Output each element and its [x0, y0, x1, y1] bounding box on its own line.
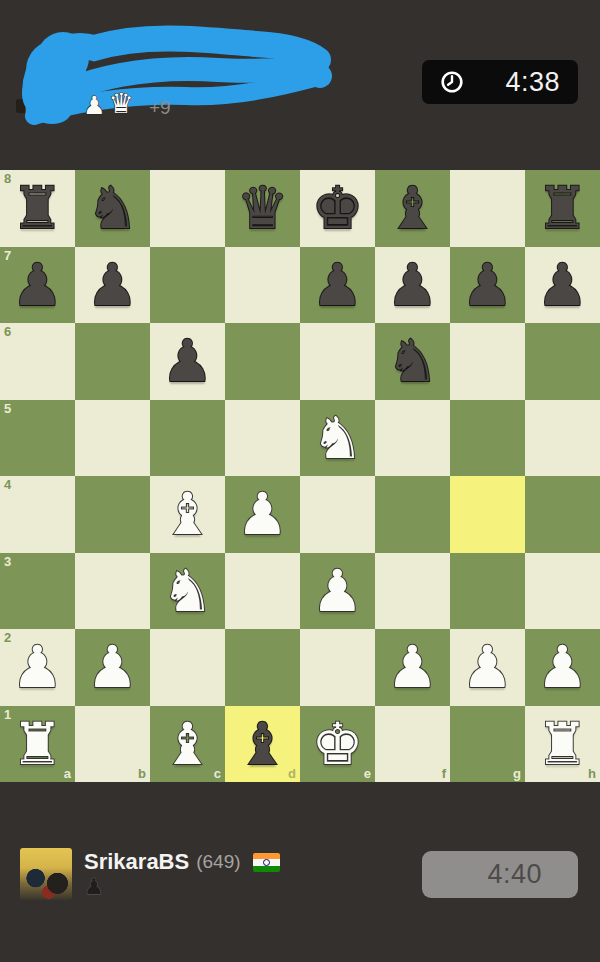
white-rook[interactable]: ♜ [0, 706, 75, 783]
square-h7[interactable]: ♟ [525, 247, 600, 324]
opponent-clock-time: 4:38 [465, 67, 560, 98]
clock-icon [439, 69, 465, 95]
white-pawn[interactable]: ♟ [225, 476, 300, 553]
rank-label-5: 5 [4, 402, 11, 415]
square-c6[interactable]: ♟ [150, 323, 225, 400]
white-knight[interactable]: ♞ [300, 400, 375, 477]
black-knight[interactable]: ♞ [75, 170, 150, 247]
black-pawn[interactable]: ♟ [375, 247, 450, 324]
square-e1[interactable]: e♚ [300, 706, 375, 783]
file-label-f: f [442, 767, 446, 780]
file-label-g: g [513, 767, 521, 780]
square-d7[interactable] [225, 247, 300, 324]
square-a6[interactable]: 6 [0, 323, 75, 400]
scribble-annotation [8, 18, 338, 146]
square-a4[interactable]: 4 [0, 476, 75, 553]
square-f8[interactable]: ♝ [375, 170, 450, 247]
square-h4[interactable] [525, 476, 600, 553]
black-pawn[interactable]: ♟ [450, 247, 525, 324]
square-c8[interactable] [150, 170, 225, 247]
square-a8[interactable]: 8♜ [0, 170, 75, 247]
square-e5[interactable]: ♞ [300, 400, 375, 477]
black-pawn[interactable]: ♟ [300, 247, 375, 324]
square-f3[interactable] [375, 553, 450, 630]
square-a5[interactable]: 5 [0, 400, 75, 477]
square-h3[interactable] [525, 553, 600, 630]
black-bishop[interactable]: ♝ [225, 706, 300, 783]
square-d1[interactable]: d♝ [225, 706, 300, 783]
white-pawn[interactable]: ♟ [375, 629, 450, 706]
black-rook[interactable]: ♜ [525, 170, 600, 247]
square-h5[interactable] [525, 400, 600, 477]
player-clock: 4:40 [422, 851, 578, 898]
square-b3[interactable] [75, 553, 150, 630]
square-c7[interactable] [150, 247, 225, 324]
white-pawn[interactable]: ♟ [450, 629, 525, 706]
player-name[interactable]: SrikaraBS [84, 849, 189, 875]
captured-white-queen-icon: ♛ [108, 90, 133, 118]
square-g6[interactable] [450, 323, 525, 400]
white-pawn[interactable]: ♟ [300, 553, 375, 630]
player-clock-time: 4:40 [487, 859, 542, 890]
rank-label-6: 6 [4, 325, 11, 338]
square-g7[interactable]: ♟ [450, 247, 525, 324]
square-d4[interactable]: ♟ [225, 476, 300, 553]
square-e2[interactable] [300, 629, 375, 706]
rank-label-4: 4 [4, 478, 11, 491]
captured-white-pawn-icon: ♟ [83, 93, 105, 118]
chess-board: 8♜♞♛♚♝♜7♟♟♟♟♟♟6♟♞5♞4♝♟3♞♟2♟♟♟♟♟1a♜bc♝d♝e… [0, 170, 600, 782]
square-c2[interactable] [150, 629, 225, 706]
square-b8[interactable]: ♞ [75, 170, 150, 247]
square-e6[interactable] [300, 323, 375, 400]
player-rating: (649) [196, 851, 240, 873]
white-king[interactable]: ♚ [300, 706, 375, 783]
square-d8[interactable]: ♛ [225, 170, 300, 247]
square-b5[interactable] [75, 400, 150, 477]
square-e3[interactable]: ♟ [300, 553, 375, 630]
square-b1[interactable]: b [75, 706, 150, 783]
square-f7[interactable]: ♟ [375, 247, 450, 324]
square-d3[interactable] [225, 553, 300, 630]
black-bishop[interactable]: ♝ [375, 170, 450, 247]
square-c4[interactable]: ♝ [150, 476, 225, 553]
square-f6[interactable]: ♞ [375, 323, 450, 400]
square-h6[interactable] [525, 323, 600, 400]
black-knight[interactable]: ♞ [375, 323, 450, 400]
avatar[interactable] [20, 848, 72, 900]
white-pawn[interactable]: ♟ [525, 629, 600, 706]
white-pawn[interactable]: ♟ [0, 629, 75, 706]
square-g3[interactable] [450, 553, 525, 630]
opponent-avatar-sliver [16, 99, 78, 113]
square-e7[interactable]: ♟ [300, 247, 375, 324]
black-pawn[interactable]: ♟ [525, 247, 600, 324]
square-h2[interactable]: ♟ [525, 629, 600, 706]
white-knight[interactable]: ♞ [150, 553, 225, 630]
rank-label-3: 3 [4, 555, 11, 568]
app-screen: ♟♛ +9 4:38 8♜♞♛♚♝♜7♟♟♟♟♟♟6♟♞5♞4♝♟3♞♟2♟♟♟… [0, 0, 600, 962]
captured-black-pawn-icon: ♟ [84, 876, 104, 898]
file-label-b: b [138, 767, 146, 780]
square-d6[interactable] [225, 323, 300, 400]
black-pawn[interactable]: ♟ [0, 247, 75, 324]
chakra-icon [263, 859, 270, 866]
black-pawn[interactable]: ♟ [75, 247, 150, 324]
white-rook[interactable]: ♜ [525, 706, 600, 783]
white-pawn[interactable]: ♟ [75, 629, 150, 706]
opponent-captured-pieces: ♟♛ [83, 90, 134, 118]
white-bishop[interactable]: ♝ [150, 706, 225, 783]
square-a2[interactable]: 2♟ [0, 629, 75, 706]
square-b6[interactable] [75, 323, 150, 400]
square-g2[interactable]: ♟ [450, 629, 525, 706]
square-e8[interactable]: ♚ [300, 170, 375, 247]
square-f5[interactable] [375, 400, 450, 477]
square-b2[interactable]: ♟ [75, 629, 150, 706]
square-g4[interactable] [450, 476, 525, 553]
square-g5[interactable] [450, 400, 525, 477]
square-a3[interactable]: 3 [0, 553, 75, 630]
square-f1[interactable]: f [375, 706, 450, 783]
square-d5[interactable] [225, 400, 300, 477]
material-advantage: +9 [149, 97, 171, 119]
square-b4[interactable] [75, 476, 150, 553]
black-pawn[interactable]: ♟ [150, 323, 225, 400]
black-queen[interactable]: ♛ [225, 170, 300, 247]
square-b7[interactable]: ♟ [75, 247, 150, 324]
black-rook[interactable]: ♜ [0, 170, 75, 247]
square-f4[interactable] [375, 476, 450, 553]
square-c3[interactable]: ♞ [150, 553, 225, 630]
square-h1[interactable]: h♜ [525, 706, 600, 783]
player-info-row: SrikaraBS (649) [84, 849, 280, 875]
square-f2[interactable]: ♟ [375, 629, 450, 706]
square-a1[interactable]: 1a♜ [0, 706, 75, 783]
india-flag-icon [253, 853, 280, 872]
white-bishop[interactable]: ♝ [150, 476, 225, 553]
square-g8[interactable] [450, 170, 525, 247]
opponent-clock: 4:38 [422, 60, 578, 104]
square-g1[interactable]: g [450, 706, 525, 783]
square-c1[interactable]: c♝ [150, 706, 225, 783]
black-king[interactable]: ♚ [300, 170, 375, 247]
square-h8[interactable]: ♜ [525, 170, 600, 247]
player-captured-pieces: ♟ [84, 876, 104, 898]
square-a7[interactable]: 7♟ [0, 247, 75, 324]
square-d2[interactable] [225, 629, 300, 706]
square-e4[interactable] [300, 476, 375, 553]
square-c5[interactable] [150, 400, 225, 477]
